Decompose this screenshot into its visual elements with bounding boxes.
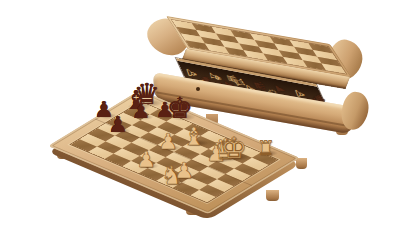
dark-pawn: ♟ (132, 101, 151, 122)
light-rook: ♜ (257, 138, 275, 158)
board-foot (266, 190, 279, 201)
light-king: ♚ (221, 134, 247, 163)
case-clasp (196, 87, 200, 91)
board-foot (296, 158, 307, 169)
dark-pawn: ♟ (108, 114, 128, 136)
light-bishop: ♝ (183, 124, 205, 149)
dark-king: ♚ (167, 94, 193, 123)
light-pawn: ♟ (158, 131, 178, 153)
light-pawn: ♟ (174, 160, 194, 182)
light-pawn: ♟ (136, 149, 156, 171)
product-photo: ♙♞♗♟♖♙♛♘♟♝♙♜♚♗♟♙♞♙♟♕ ♟♟♝♛♟♟♚♟♟♞♟♝♟♛♚♜ (0, 0, 400, 240)
